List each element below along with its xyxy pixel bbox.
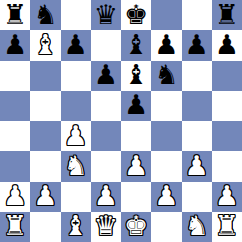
- square-g1[interactable]: ♞: [182, 212, 212, 242]
- piece-white-pawn[interactable]: ♟: [3, 182, 27, 209]
- square-c7[interactable]: ♟: [61, 30, 91, 60]
- square-g4[interactable]: [182, 121, 212, 151]
- piece-white-knight[interactable]: ♞: [64, 152, 88, 179]
- square-f8[interactable]: [151, 0, 181, 30]
- square-f7[interactable]: ♟: [151, 30, 181, 60]
- square-a3[interactable]: [0, 151, 30, 181]
- square-a8[interactable]: ♜: [0, 0, 30, 30]
- square-g7[interactable]: ♟: [182, 30, 212, 60]
- square-a1[interactable]: ♜: [0, 212, 30, 242]
- piece-black-king[interactable]: ♚: [124, 1, 148, 28]
- square-e3[interactable]: ♟: [121, 151, 151, 181]
- chess-board: ♜♞♛♚♜♟♝♟♝♟♟♟♟♝♞♟♟♞♟♟♟♟♟♟♟♜♝♛♚♞♜: [0, 0, 242, 242]
- square-c5[interactable]: [61, 91, 91, 121]
- square-c8[interactable]: [61, 0, 91, 30]
- square-g6[interactable]: [182, 61, 212, 91]
- square-e2[interactable]: [121, 182, 151, 212]
- piece-black-pawn[interactable]: ♟: [215, 31, 239, 58]
- square-b5[interactable]: [30, 91, 60, 121]
- piece-black-pawn[interactable]: ♟: [185, 31, 209, 58]
- square-d6[interactable]: ♟: [91, 61, 121, 91]
- square-b7[interactable]: ♝: [30, 30, 60, 60]
- piece-black-pawn[interactable]: ♟: [154, 31, 178, 58]
- square-a7[interactable]: ♟: [0, 30, 30, 60]
- square-c3[interactable]: ♞: [61, 151, 91, 181]
- square-a6[interactable]: [0, 61, 30, 91]
- square-d1[interactable]: ♛: [91, 212, 121, 242]
- piece-white-pawn[interactable]: ♟: [124, 152, 148, 179]
- square-c1[interactable]: ♝: [61, 212, 91, 242]
- piece-black-pawn[interactable]: ♟: [124, 91, 148, 118]
- piece-white-queen[interactable]: ♛: [94, 212, 118, 239]
- square-b1[interactable]: [30, 212, 60, 242]
- square-g5[interactable]: [182, 91, 212, 121]
- square-e1[interactable]: ♚: [121, 212, 151, 242]
- piece-black-bishop[interactable]: ♝: [124, 31, 148, 58]
- square-h1[interactable]: ♜: [212, 212, 242, 242]
- piece-white-knight[interactable]: ♞: [185, 212, 209, 239]
- square-e7[interactable]: ♝: [121, 30, 151, 60]
- piece-white-pawn[interactable]: ♟: [64, 122, 88, 149]
- square-f5[interactable]: [151, 91, 181, 121]
- square-f1[interactable]: [151, 212, 181, 242]
- square-f2[interactable]: ♟: [151, 182, 181, 212]
- square-a2[interactable]: ♟: [0, 182, 30, 212]
- square-a5[interactable]: [0, 91, 30, 121]
- square-c2[interactable]: [61, 182, 91, 212]
- piece-black-rook[interactable]: ♜: [3, 1, 27, 28]
- piece-white-pawn[interactable]: ♟: [94, 182, 118, 209]
- square-g3[interactable]: ♟: [182, 151, 212, 181]
- piece-black-bishop[interactable]: ♝: [124, 61, 148, 88]
- square-f6[interactable]: ♞: [151, 61, 181, 91]
- piece-white-king[interactable]: ♚: [124, 212, 148, 239]
- square-g8[interactable]: [182, 0, 212, 30]
- square-b4[interactable]: [30, 121, 60, 151]
- square-b3[interactable]: [30, 151, 60, 181]
- piece-white-bishop[interactable]: ♝: [33, 31, 57, 58]
- square-h5[interactable]: [212, 91, 242, 121]
- square-d8[interactable]: ♛: [91, 0, 121, 30]
- square-a4[interactable]: [0, 121, 30, 151]
- square-h2[interactable]: ♟: [212, 182, 242, 212]
- piece-black-knight[interactable]: ♞: [33, 1, 57, 28]
- piece-black-pawn[interactable]: ♟: [64, 31, 88, 58]
- square-f3[interactable]: [151, 151, 181, 181]
- square-c4[interactable]: ♟: [61, 121, 91, 151]
- square-h7[interactable]: ♟: [212, 30, 242, 60]
- piece-white-pawn[interactable]: ♟: [33, 182, 57, 209]
- square-d4[interactable]: [91, 121, 121, 151]
- piece-white-pawn[interactable]: ♟: [154, 182, 178, 209]
- square-b8[interactable]: ♞: [30, 0, 60, 30]
- piece-black-queen[interactable]: ♛: [94, 1, 118, 28]
- square-c6[interactable]: [61, 61, 91, 91]
- square-g2[interactable]: [182, 182, 212, 212]
- piece-white-pawn[interactable]: ♟: [215, 182, 239, 209]
- piece-white-bishop[interactable]: ♝: [64, 212, 88, 239]
- square-d5[interactable]: [91, 91, 121, 121]
- square-f4[interactable]: [151, 121, 181, 151]
- square-d3[interactable]: [91, 151, 121, 181]
- piece-white-pawn[interactable]: ♟: [185, 152, 209, 179]
- piece-black-pawn[interactable]: ♟: [94, 61, 118, 88]
- square-e6[interactable]: ♝: [121, 61, 151, 91]
- piece-black-pawn[interactable]: ♟: [3, 31, 27, 58]
- square-d7[interactable]: [91, 30, 121, 60]
- square-b6[interactable]: [30, 61, 60, 91]
- square-h3[interactable]: [212, 151, 242, 181]
- piece-white-rook[interactable]: ♜: [3, 212, 27, 239]
- piece-black-knight[interactable]: ♞: [154, 61, 178, 88]
- square-h8[interactable]: ♜: [212, 0, 242, 30]
- square-d2[interactable]: ♟: [91, 182, 121, 212]
- square-e8[interactable]: ♚: [121, 0, 151, 30]
- square-h4[interactable]: [212, 121, 242, 151]
- square-e4[interactable]: [121, 121, 151, 151]
- square-b2[interactable]: ♟: [30, 182, 60, 212]
- piece-black-rook[interactable]: ♜: [215, 1, 239, 28]
- square-h6[interactable]: [212, 61, 242, 91]
- square-e5[interactable]: ♟: [121, 91, 151, 121]
- piece-white-rook[interactable]: ♜: [215, 212, 239, 239]
